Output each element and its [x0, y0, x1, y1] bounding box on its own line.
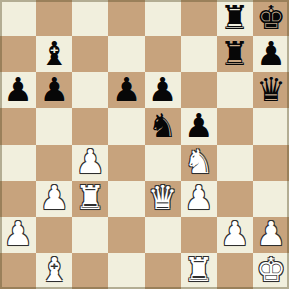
square-a5[interactable] [0, 108, 36, 144]
chess-board-grid: ♜♚♝♜♟♟♟♟♟♛♞♟♟♞♟♜♛♟♟♟♟♝♜♚ [0, 0, 289, 289]
black-knight-e5: ♞ [148, 109, 178, 142]
square-d7[interactable] [108, 36, 144, 72]
square-g8[interactable]: ♜ [217, 0, 253, 36]
black-pawn-d6: ♟ [112, 73, 142, 106]
black-pawn-a6: ♟ [3, 73, 33, 106]
square-c4[interactable]: ♟ [72, 145, 108, 181]
black-queen-h6: ♛ [256, 73, 286, 106]
black-king-h8: ♚ [256, 1, 286, 34]
square-f4[interactable]: ♞ [181, 145, 217, 181]
square-b7[interactable]: ♝ [36, 36, 72, 72]
black-rook-g8: ♜ [220, 1, 250, 34]
square-e4[interactable] [145, 145, 181, 181]
square-e3[interactable]: ♛ [145, 181, 181, 217]
square-g1[interactable] [217, 253, 253, 289]
square-b3[interactable]: ♟ [36, 181, 72, 217]
black-bishop-b7: ♝ [39, 37, 69, 70]
square-f6[interactable] [181, 72, 217, 108]
square-h8[interactable]: ♚ [253, 0, 289, 36]
square-d6[interactable]: ♟ [108, 72, 144, 108]
white-pawn-g2: ♟ [220, 217, 250, 250]
white-pawn-f3: ♟ [184, 181, 214, 214]
square-b6[interactable]: ♟ [36, 72, 72, 108]
white-pawn-h2: ♟ [256, 217, 286, 250]
black-pawn-e6: ♟ [148, 73, 178, 106]
square-c7[interactable] [72, 36, 108, 72]
square-c6[interactable] [72, 72, 108, 108]
square-e7[interactable] [145, 36, 181, 72]
square-c8[interactable] [72, 0, 108, 36]
square-d3[interactable] [108, 181, 144, 217]
black-pawn-b6: ♟ [39, 73, 69, 106]
square-d2[interactable] [108, 217, 144, 253]
white-rook-f1: ♜ [184, 253, 214, 286]
white-king-h1: ♚ [256, 253, 286, 286]
square-d8[interactable] [108, 0, 144, 36]
square-f1[interactable]: ♜ [181, 253, 217, 289]
chess-board: ♜♚♝♜♟♟♟♟♟♛♞♟♟♞♟♜♛♟♟♟♟♝♜♚ [0, 0, 289, 289]
square-c5[interactable] [72, 108, 108, 144]
square-h6[interactable]: ♛ [253, 72, 289, 108]
square-a7[interactable] [0, 36, 36, 72]
square-h7[interactable]: ♟ [253, 36, 289, 72]
square-h1[interactable]: ♚ [253, 253, 289, 289]
square-f7[interactable] [181, 36, 217, 72]
square-b1[interactable]: ♝ [36, 253, 72, 289]
square-h4[interactable] [253, 145, 289, 181]
square-g6[interactable] [217, 72, 253, 108]
square-d4[interactable] [108, 145, 144, 181]
square-e8[interactable] [145, 0, 181, 36]
square-f5[interactable]: ♟ [181, 108, 217, 144]
square-b5[interactable] [36, 108, 72, 144]
square-b4[interactable] [36, 145, 72, 181]
square-c2[interactable] [72, 217, 108, 253]
square-a6[interactable]: ♟ [0, 72, 36, 108]
square-f3[interactable]: ♟ [181, 181, 217, 217]
square-f8[interactable] [181, 0, 217, 36]
square-b8[interactable] [36, 0, 72, 36]
square-g5[interactable] [217, 108, 253, 144]
square-c3[interactable]: ♜ [72, 181, 108, 217]
square-a1[interactable] [0, 253, 36, 289]
white-pawn-b3: ♟ [39, 181, 69, 214]
square-a3[interactable] [0, 181, 36, 217]
white-pawn-c4: ♟ [76, 145, 106, 178]
white-queen-e3: ♛ [148, 181, 178, 214]
white-rook-c3: ♜ [76, 181, 106, 214]
square-g4[interactable] [217, 145, 253, 181]
square-f2[interactable] [181, 217, 217, 253]
black-rook-g7: ♜ [220, 37, 250, 70]
square-e5[interactable]: ♞ [145, 108, 181, 144]
square-e1[interactable] [145, 253, 181, 289]
square-h5[interactable] [253, 108, 289, 144]
square-c1[interactable] [72, 253, 108, 289]
white-pawn-a2: ♟ [3, 217, 33, 250]
square-d5[interactable] [108, 108, 144, 144]
square-g2[interactable]: ♟ [217, 217, 253, 253]
square-b2[interactable] [36, 217, 72, 253]
black-pawn-f5: ♟ [184, 109, 214, 142]
square-d1[interactable] [108, 253, 144, 289]
square-h2[interactable]: ♟ [253, 217, 289, 253]
square-g7[interactable]: ♜ [217, 36, 253, 72]
square-e2[interactable] [145, 217, 181, 253]
black-pawn-h7: ♟ [256, 37, 286, 70]
square-a8[interactable] [0, 0, 36, 36]
white-bishop-b1: ♝ [39, 253, 69, 286]
square-a4[interactable] [0, 145, 36, 181]
white-knight-f4: ♞ [184, 145, 214, 178]
square-a2[interactable]: ♟ [0, 217, 36, 253]
square-g3[interactable] [217, 181, 253, 217]
square-e6[interactable]: ♟ [145, 72, 181, 108]
square-h3[interactable] [253, 181, 289, 217]
